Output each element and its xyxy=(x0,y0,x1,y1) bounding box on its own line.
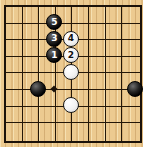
grid-line-vertical xyxy=(22,7,23,142)
grid-line-horizontal xyxy=(6,122,141,123)
grid-line-horizontal xyxy=(6,23,141,24)
stone-black xyxy=(30,81,46,97)
stone-white xyxy=(63,64,79,80)
stone-white xyxy=(63,97,79,113)
stone-black xyxy=(127,81,143,97)
grid-line-horizontal xyxy=(6,89,141,90)
go-board-diagram: 53412 xyxy=(0,0,143,147)
grid-line-vertical xyxy=(105,7,106,142)
grid-line-vertical xyxy=(88,7,89,142)
stone-white-move-4: 4 xyxy=(63,31,79,47)
grid-line-vertical xyxy=(121,7,122,142)
stone-black-move-3: 3 xyxy=(46,31,62,47)
grid-line-vertical xyxy=(38,7,39,142)
